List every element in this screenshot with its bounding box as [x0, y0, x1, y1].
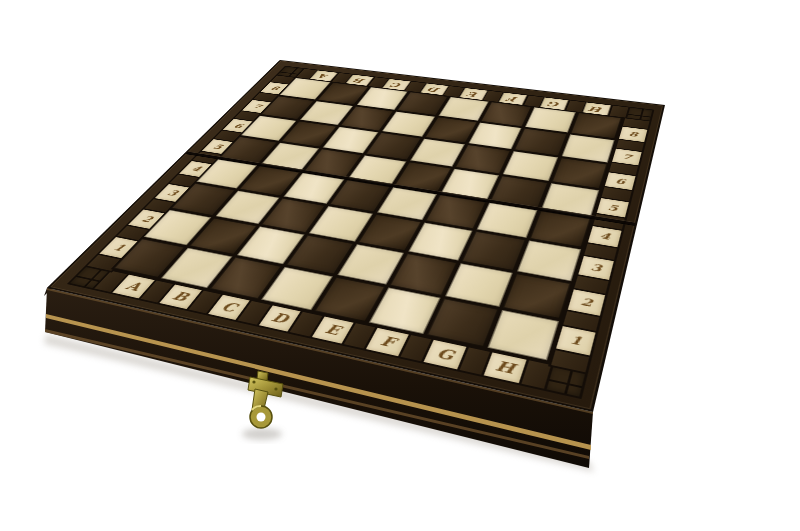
clasp-screw-right	[274, 387, 277, 390]
clasp-ring-hole	[257, 413, 266, 422]
clasp-shadow	[242, 428, 282, 440]
clasp-screw-left	[252, 380, 255, 383]
frame-separator-cell	[521, 360, 551, 389]
file-label-H: H	[484, 352, 526, 383]
file-label-G: G	[424, 340, 466, 369]
chessboard-scene: ABCDEFGH ABCDEFGH 87654321 87654321	[0, 0, 800, 531]
